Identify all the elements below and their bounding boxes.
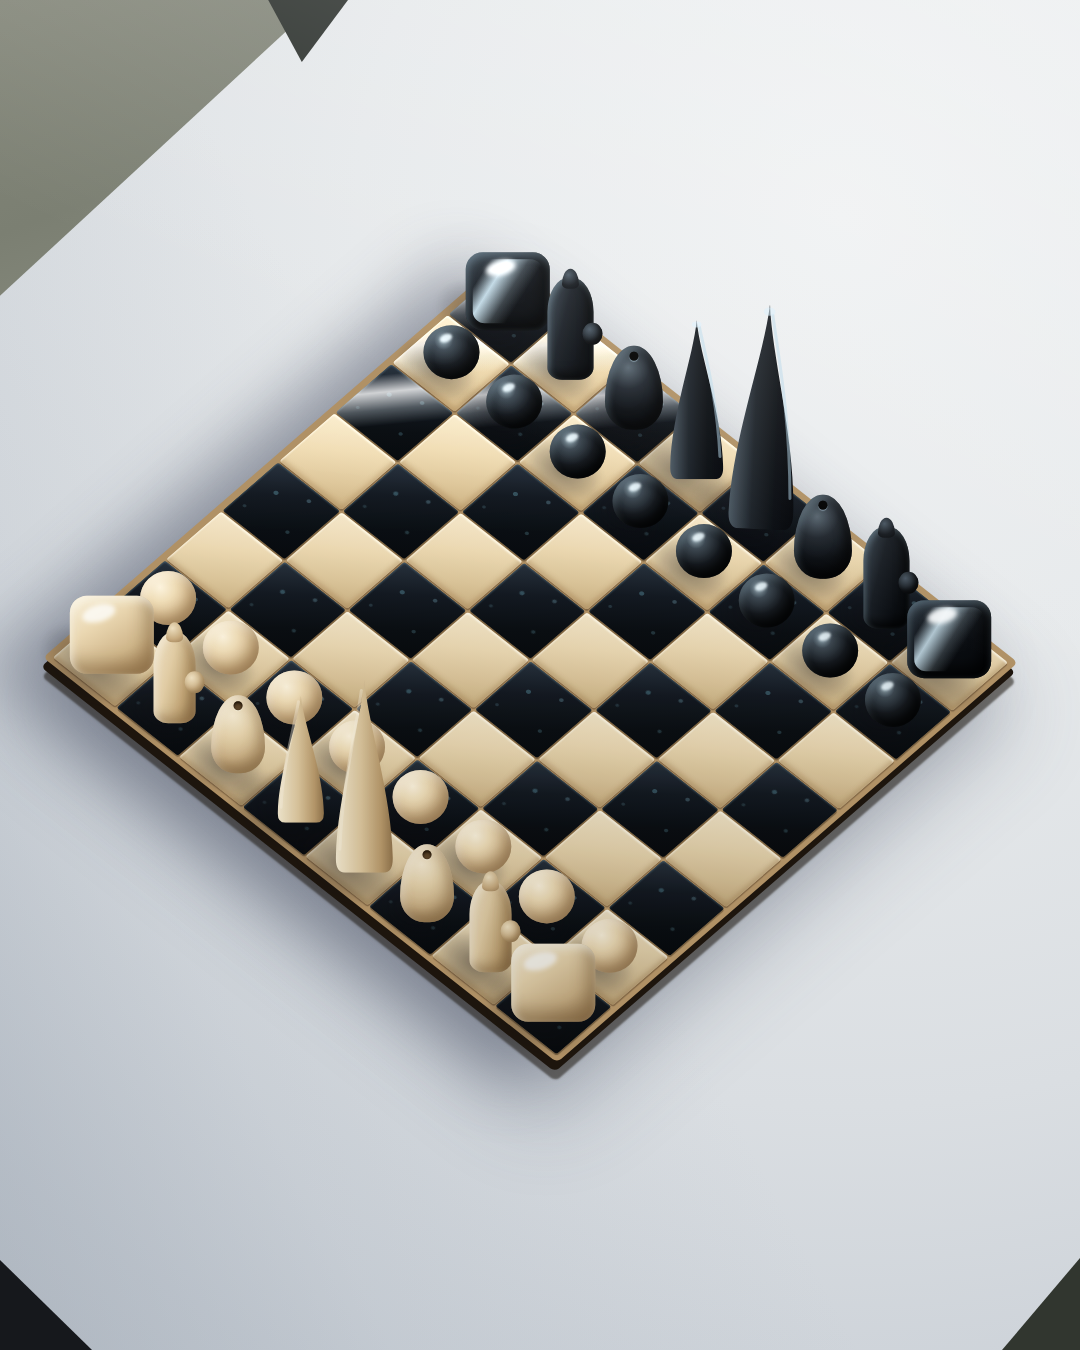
black-king <box>670 317 724 479</box>
floor-corner-bottom-right <box>1002 1258 1080 1350</box>
white-king <box>277 693 324 823</box>
black-pawn <box>612 474 668 528</box>
white-pawn <box>393 770 449 824</box>
white-rook <box>511 944 595 1022</box>
bishop-tip-hole <box>423 850 432 859</box>
black-pawn <box>423 325 479 379</box>
black-knight <box>863 526 909 628</box>
knight-knob <box>500 921 520 943</box>
white-pawn <box>519 869 575 923</box>
knight-knob <box>898 571 918 593</box>
white-pawn <box>456 819 512 873</box>
chess-board <box>43 258 1018 1063</box>
black-pawn <box>865 673 921 727</box>
bishop-tip-hole <box>629 351 638 360</box>
black-pawn <box>486 375 542 429</box>
square-a1 <box>493 957 613 1056</box>
black-rook <box>908 600 992 678</box>
white-rook <box>69 596 153 674</box>
white-knight <box>469 880 511 972</box>
black-bishop <box>794 495 852 579</box>
black-knight <box>548 278 594 380</box>
white-queen <box>335 677 393 873</box>
photo-scene <box>0 0 1080 1350</box>
white-pawn <box>203 620 259 674</box>
black-pawn <box>802 624 858 678</box>
floor-top-left <box>0 0 330 305</box>
black-rook <box>466 252 550 330</box>
bishop-tip-hole <box>233 701 242 710</box>
black-pawn <box>739 574 795 628</box>
bishop-tip-hole <box>819 501 828 510</box>
floor-corner-bottom-left <box>0 1260 92 1350</box>
black-pawn <box>549 425 605 479</box>
black-queen <box>727 300 803 531</box>
white-knight <box>154 632 196 724</box>
black-pawn <box>676 524 732 578</box>
